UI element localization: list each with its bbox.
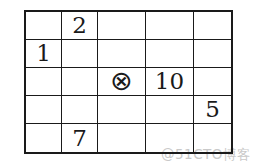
cell-r3c2 <box>98 96 146 124</box>
cell-r0c1: 2 <box>62 12 98 40</box>
cell-r2c0 <box>26 68 62 96</box>
cell-r0c2 <box>98 12 146 40</box>
cell-r3c3 <box>146 96 194 124</box>
cell-r3c1 <box>62 96 98 124</box>
cell-r4c0 <box>26 124 62 152</box>
cell-r4c4 <box>194 124 231 152</box>
cell-r4c2 <box>98 124 146 152</box>
cell-r0c3 <box>146 12 194 40</box>
cell-r4c1: 7 <box>62 124 98 152</box>
cell-r2c1 <box>62 68 98 96</box>
cell-r1c2 <box>98 40 146 68</box>
cell-r0c4 <box>194 12 231 40</box>
cell-r1c4 <box>194 40 231 68</box>
cell-r0c0 <box>26 12 62 40</box>
cell-r4c3 <box>146 124 194 152</box>
cell-r1c0: 1 <box>26 40 62 68</box>
cell-r2c4 <box>194 68 231 96</box>
cell-r3c0 <box>26 96 62 124</box>
cell-r2c3: 10 <box>146 68 194 96</box>
circled-times-symbol: ⊗ <box>98 68 146 96</box>
puzzle-board: 2 1 ⊗ 10 5 7 <box>24 10 233 154</box>
cell-r1c1 <box>62 40 98 68</box>
cell-r1c3 <box>146 40 194 68</box>
cell-r3c4: 5 <box>194 96 231 124</box>
